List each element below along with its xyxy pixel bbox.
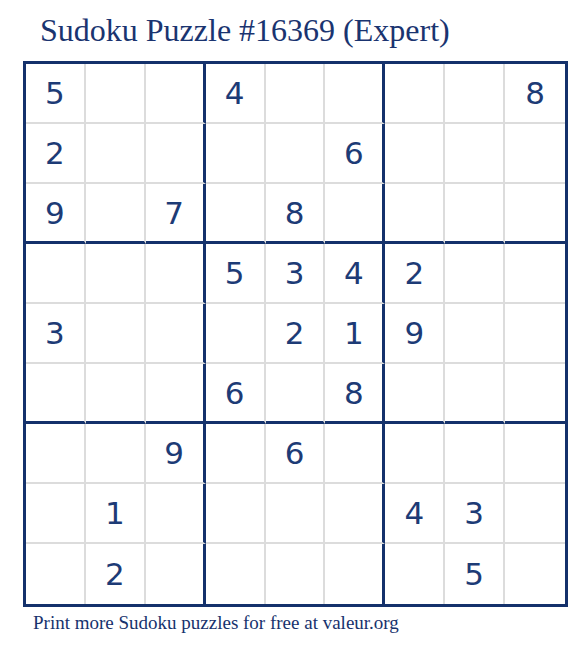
cell-r5c2 [86,304,146,364]
cell-r7c8 [445,424,505,484]
page-title: Sudoku Puzzle #16369 (Expert) [40,13,450,48]
cell-r8c9 [505,484,565,544]
cell-r9c1 [26,544,86,604]
sudoku-print-page: Sudoku Puzzle #16369 (Expert) 5482697853… [0,0,580,651]
cell-r4c4: 5 [206,244,266,304]
cell-r2c4 [206,124,266,184]
cell-r9c7 [385,544,445,604]
cell-r6c6: 8 [325,364,385,424]
cell-r7c9 [505,424,565,484]
cell-r2c7 [385,124,445,184]
cell-r7c5: 6 [266,424,326,484]
cell-r2c1: 2 [26,124,86,184]
cell-r7c7 [385,424,445,484]
cell-r4c2 [86,244,146,304]
cell-r8c2: 1 [86,484,146,544]
cell-r1c2 [86,64,146,124]
cell-r2c3 [146,124,206,184]
cell-r6c4: 6 [206,364,266,424]
cell-r8c5 [266,484,326,544]
cell-r3c2 [86,184,146,244]
cell-r8c8: 3 [445,484,505,544]
sudoku-board: 5482697853423219689614325 [23,61,568,607]
cell-r9c5 [266,544,326,604]
cell-r4c3 [146,244,206,304]
cell-r2c6: 6 [325,124,385,184]
cell-r3c3: 7 [146,184,206,244]
cell-r4c8 [445,244,505,304]
cell-r2c8 [445,124,505,184]
cell-r4c1 [26,244,86,304]
cell-r3c5: 8 [266,184,326,244]
cell-r8c3 [146,484,206,544]
cell-r5c7: 9 [385,304,445,364]
cell-r9c9 [505,544,565,604]
cell-r5c1: 3 [26,304,86,364]
cell-r1c5 [266,64,326,124]
cell-r8c1 [26,484,86,544]
cell-r3c6 [325,184,385,244]
cell-r3c7 [385,184,445,244]
cell-r2c5 [266,124,326,184]
cell-r6c8 [445,364,505,424]
cell-r8c4 [206,484,266,544]
cell-r9c4 [206,544,266,604]
cell-r3c4 [206,184,266,244]
cell-r1c3 [146,64,206,124]
cell-r7c2 [86,424,146,484]
cell-r7c1 [26,424,86,484]
cell-r3c8 [445,184,505,244]
cell-r1c7 [385,64,445,124]
cell-r7c4 [206,424,266,484]
cell-r8c7: 4 [385,484,445,544]
cell-r5c9 [505,304,565,364]
cell-r5c8 [445,304,505,364]
cell-r6c9 [505,364,565,424]
cell-r4c6: 4 [325,244,385,304]
cell-r4c5: 3 [266,244,326,304]
cell-r1c4: 4 [206,64,266,124]
cell-r5c3 [146,304,206,364]
cell-r6c1 [26,364,86,424]
cell-r3c9 [505,184,565,244]
cell-r9c3 [146,544,206,604]
cell-r5c4 [206,304,266,364]
cell-r5c6: 1 [325,304,385,364]
footer-note: Print more Sudoku puzzles for free at va… [33,612,399,635]
cell-r1c6 [325,64,385,124]
cell-r1c1: 5 [26,64,86,124]
cell-r6c7 [385,364,445,424]
cell-r8c6 [325,484,385,544]
cell-r9c8: 5 [445,544,505,604]
cell-r5c5: 2 [266,304,326,364]
cell-r6c3 [146,364,206,424]
cell-r4c9 [505,244,565,304]
cell-r4c7: 2 [385,244,445,304]
cell-r2c9 [505,124,565,184]
cell-r3c1: 9 [26,184,86,244]
cell-r9c2: 2 [86,544,146,604]
cell-r7c3: 9 [146,424,206,484]
cell-r9c6 [325,544,385,604]
cell-r1c9: 8 [505,64,565,124]
cell-r6c5 [266,364,326,424]
cell-r6c2 [86,364,146,424]
cell-r1c8 [445,64,505,124]
cell-r2c2 [86,124,146,184]
cell-r7c6 [325,424,385,484]
